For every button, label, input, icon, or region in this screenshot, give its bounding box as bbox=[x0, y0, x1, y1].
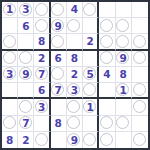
cell-r2c5[interactable] bbox=[67, 18, 83, 34]
cell-r6c7[interactable] bbox=[99, 83, 115, 99]
sudoku-board: 13469822689397254867313178829 bbox=[0, 0, 150, 150]
cell-r1c6[interactable] bbox=[83, 2, 99, 18]
odd-cell-circle bbox=[67, 19, 80, 32]
cell-r5c2[interactable]: 9 bbox=[18, 67, 34, 83]
cell-r8c4[interactable]: 8 bbox=[51, 116, 67, 132]
given-digit: 4 bbox=[67, 2, 82, 17]
odd-cell-circle bbox=[133, 35, 146, 48]
cell-r1c3[interactable] bbox=[34, 2, 50, 18]
given-digit: 1 bbox=[83, 99, 97, 114]
cell-r1c7[interactable] bbox=[99, 2, 115, 18]
given-digit: 3 bbox=[34, 99, 48, 114]
cell-r6c8[interactable]: 1 bbox=[116, 83, 132, 99]
cell-r3c4[interactable] bbox=[51, 34, 67, 50]
cell-r2c3[interactable] bbox=[34, 18, 50, 34]
given-digit: 5 bbox=[83, 67, 97, 82]
given-digit: 6 bbox=[34, 83, 48, 97]
cell-r2c2[interactable]: 6 bbox=[18, 18, 34, 34]
cell-r5c3[interactable]: 7 bbox=[34, 67, 50, 83]
odd-cell-circle bbox=[51, 67, 64, 80]
cell-r7c3[interactable]: 3 bbox=[34, 99, 50, 115]
cell-r4c2[interactable] bbox=[18, 51, 34, 67]
cell-r9c2[interactable]: 2 bbox=[18, 132, 34, 148]
cell-r6c1[interactable] bbox=[2, 83, 18, 99]
cell-r5c5[interactable]: 2 bbox=[67, 67, 83, 83]
cell-r8c7[interactable] bbox=[99, 116, 115, 132]
cell-r9c8[interactable] bbox=[116, 132, 132, 148]
odd-cell-circle bbox=[133, 51, 146, 64]
cell-r8c1[interactable] bbox=[2, 116, 18, 132]
odd-cell-circle bbox=[3, 116, 16, 129]
cell-r7c4[interactable] bbox=[51, 99, 67, 115]
odd-cell-circle bbox=[100, 51, 113, 64]
given-digit: 9 bbox=[51, 18, 66, 33]
cell-r6c9[interactable] bbox=[132, 83, 148, 99]
cell-r9c7[interactable] bbox=[99, 132, 115, 148]
cell-r6c6[interactable] bbox=[83, 83, 99, 99]
cell-r4c7[interactable] bbox=[99, 51, 115, 67]
cell-r9c4[interactable] bbox=[51, 132, 67, 148]
odd-cell-circle bbox=[100, 19, 113, 32]
odd-cell-circle bbox=[51, 3, 64, 16]
cell-r9c6[interactable] bbox=[83, 132, 99, 148]
given-digit: 2 bbox=[67, 67, 82, 82]
cell-r1c8[interactable] bbox=[116, 2, 132, 18]
given-digit: 8 bbox=[116, 67, 131, 82]
cell-r9c5[interactable]: 9 bbox=[67, 132, 83, 148]
cell-r2c1[interactable] bbox=[2, 18, 18, 34]
cell-r3c1[interactable] bbox=[2, 34, 18, 50]
odd-cell-circle bbox=[67, 116, 80, 129]
odd-cell-circle bbox=[83, 83, 96, 96]
cell-r5c8[interactable]: 8 bbox=[116, 67, 132, 83]
odd-cell-circle bbox=[19, 51, 32, 64]
given-digit: 8 bbox=[34, 34, 48, 48]
cell-r4c1[interactable] bbox=[2, 51, 18, 67]
odd-cell-circle bbox=[35, 3, 48, 16]
given-digit: 8 bbox=[51, 116, 66, 131]
cell-r3c3[interactable]: 8 bbox=[34, 34, 50, 50]
cell-r4c4[interactable]: 6 bbox=[51, 51, 67, 67]
cell-r9c9[interactable] bbox=[132, 132, 148, 148]
cell-r5c9[interactable] bbox=[132, 67, 148, 83]
cell-r7c2[interactable] bbox=[18, 99, 34, 115]
odd-cell-circle bbox=[35, 19, 48, 32]
given-digit: 2 bbox=[18, 132, 33, 148]
odd-cell-circle bbox=[51, 35, 64, 48]
cell-r4c6[interactable] bbox=[83, 51, 99, 67]
given-digit: 3 bbox=[18, 2, 33, 17]
cell-r9c3[interactable] bbox=[34, 132, 50, 148]
odd-cell-circle bbox=[100, 35, 113, 48]
cell-r3c7[interactable] bbox=[99, 34, 115, 50]
cell-r2c9[interactable] bbox=[132, 18, 148, 34]
cell-r8c2[interactable]: 7 bbox=[18, 116, 34, 132]
cell-r6c4[interactable]: 7 bbox=[51, 83, 67, 99]
given-digit: 7 bbox=[51, 83, 66, 97]
odd-cell-circle bbox=[133, 100, 146, 113]
cell-r4c9[interactable] bbox=[132, 51, 148, 67]
cell-r8c9[interactable] bbox=[132, 116, 148, 132]
cell-r8c3[interactable] bbox=[34, 116, 50, 132]
cell-r6c2[interactable] bbox=[18, 83, 34, 99]
odd-cell-circle bbox=[83, 133, 96, 146]
given-digit: 1 bbox=[116, 83, 131, 97]
cell-r4c5[interactable]: 8 bbox=[67, 51, 83, 67]
cell-r7c7[interactable] bbox=[99, 99, 115, 115]
cell-r1c2[interactable]: 3 bbox=[18, 2, 34, 18]
given-digit: 9 bbox=[18, 67, 33, 82]
cell-r8c6[interactable] bbox=[83, 116, 99, 132]
cell-r3c5[interactable] bbox=[67, 34, 83, 50]
given-digit: 6 bbox=[18, 18, 33, 33]
cell-r7c8[interactable] bbox=[116, 99, 132, 115]
cell-r5c1[interactable]: 3 bbox=[2, 67, 18, 83]
given-digit: 3 bbox=[67, 83, 82, 97]
given-digit: 9 bbox=[67, 132, 82, 148]
given-digit: 6 bbox=[51, 51, 66, 66]
cell-r1c5[interactable]: 4 bbox=[67, 2, 83, 18]
cell-r3c2[interactable] bbox=[18, 34, 34, 50]
odd-cell-circle bbox=[133, 83, 146, 96]
given-digit: 7 bbox=[34, 67, 48, 82]
cell-r4c8[interactable]: 9 bbox=[116, 51, 132, 67]
given-digit: 9 bbox=[116, 51, 131, 66]
given-digit: 2 bbox=[34, 51, 48, 66]
odd-cell-circle bbox=[19, 100, 32, 113]
cell-r2c6[interactable] bbox=[83, 18, 99, 34]
odd-cell-circle bbox=[116, 19, 129, 32]
odd-cell-circle bbox=[83, 3, 96, 16]
cell-r7c1[interactable] bbox=[2, 99, 18, 115]
odd-cell-circle bbox=[67, 100, 80, 113]
cell-r5c6[interactable]: 5 bbox=[83, 67, 99, 83]
given-digit: 4 bbox=[99, 67, 114, 82]
cell-r1c4[interactable] bbox=[51, 2, 67, 18]
cell-r4c3[interactable]: 2 bbox=[34, 51, 50, 67]
given-digit: 7 bbox=[18, 116, 33, 131]
cell-r2c8[interactable] bbox=[116, 18, 132, 34]
cell-r8c8[interactable] bbox=[116, 116, 132, 132]
odd-cell-circle bbox=[100, 116, 113, 129]
given-digit: 3 bbox=[2, 67, 17, 82]
given-digit: 2 bbox=[83, 34, 97, 48]
cell-r1c9[interactable] bbox=[132, 2, 148, 18]
cell-r5c7[interactable]: 4 bbox=[99, 67, 115, 83]
cell-r9c1[interactable]: 8 bbox=[2, 132, 18, 148]
cell-r2c4[interactable]: 9 bbox=[51, 18, 67, 34]
cell-r8c5[interactable] bbox=[67, 116, 83, 132]
cell-r3c6[interactable]: 2 bbox=[83, 34, 99, 50]
odd-cell-circle bbox=[3, 51, 16, 64]
cell-r6c5[interactable]: 3 bbox=[67, 83, 83, 99]
cell-r5c4[interactable] bbox=[51, 67, 67, 83]
cell-r3c9[interactable] bbox=[132, 34, 148, 50]
cell-r7c6[interactable]: 1 bbox=[83, 99, 99, 115]
odd-cell-circle bbox=[35, 133, 48, 146]
given-digit: 8 bbox=[67, 51, 82, 66]
cell-r7c5[interactable] bbox=[67, 99, 83, 115]
cell-r3c8[interactable] bbox=[116, 34, 132, 50]
given-digit: 8 bbox=[2, 132, 17, 148]
cell-r2c7[interactable] bbox=[99, 18, 115, 34]
given-digit: 1 bbox=[2, 2, 17, 17]
cell-r7c9[interactable] bbox=[132, 99, 148, 115]
odd-cell-circle bbox=[3, 35, 16, 48]
cell-r6c3[interactable]: 6 bbox=[34, 83, 50, 99]
odd-cell-circle bbox=[133, 133, 146, 146]
odd-cell-circle bbox=[116, 116, 129, 129]
odd-cell-circle bbox=[116, 35, 129, 48]
odd-cell-circle bbox=[100, 133, 113, 146]
cell-r1c1[interactable]: 1 bbox=[2, 2, 18, 18]
